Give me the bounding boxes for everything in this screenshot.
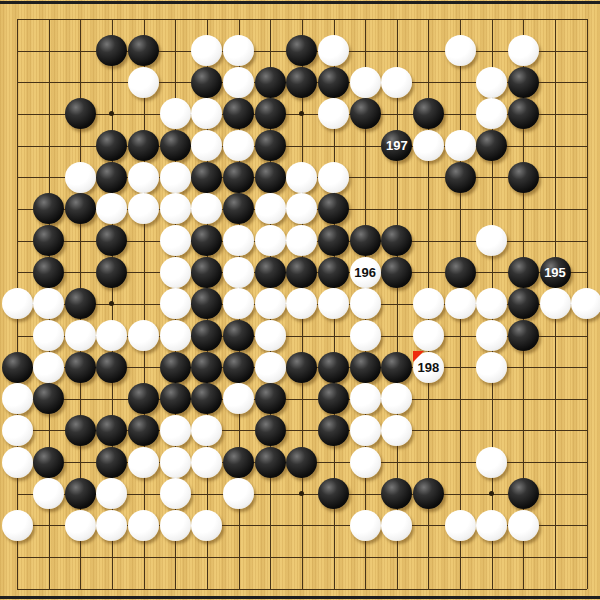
- stone-D12[interactable]: [96, 225, 127, 256]
- star-point: [299, 111, 304, 116]
- grid-hline: [17, 589, 587, 590]
- stone-G18[interactable]: [191, 35, 222, 66]
- stone-B8[interactable]: [33, 352, 64, 383]
- stone-A5[interactable]: [2, 447, 33, 478]
- stone-M10[interactable]: [350, 288, 381, 319]
- stone-B10[interactable]: [33, 288, 64, 319]
- stone-O4[interactable]: [413, 478, 444, 509]
- stone-J9[interactable]: [255, 320, 286, 351]
- stone-C16[interactable]: [65, 98, 96, 129]
- stone-G15[interactable]: [191, 130, 222, 161]
- stone-Q16[interactable]: [476, 98, 507, 129]
- stone-N6[interactable]: [381, 415, 412, 446]
- stone-L4[interactable]: [318, 478, 349, 509]
- stone-K10[interactable]: [286, 288, 317, 319]
- stone-G10[interactable]: [191, 288, 222, 319]
- stone-J13[interactable]: [255, 193, 286, 224]
- stone-J11[interactable]: [255, 257, 286, 288]
- stone-E15[interactable]: [128, 130, 159, 161]
- stone-G17[interactable]: [191, 67, 222, 98]
- stone-J15[interactable]: [255, 130, 286, 161]
- stone-P15[interactable]: [445, 130, 476, 161]
- stone-M7[interactable]: [350, 383, 381, 414]
- stone-G6[interactable]: [191, 415, 222, 446]
- stone-G7[interactable]: [191, 383, 222, 414]
- stone-M17[interactable]: [350, 67, 381, 98]
- stone-D18[interactable]: [96, 35, 127, 66]
- stone-F11[interactable]: [160, 257, 191, 288]
- screen-edge-top: [0, 1, 600, 4]
- stone-F8[interactable]: [160, 352, 191, 383]
- stone-F6[interactable]: [160, 415, 191, 446]
- stone-R4[interactable]: [508, 478, 539, 509]
- stone-H11[interactable]: [223, 257, 254, 288]
- stone-B13[interactable]: [33, 193, 64, 224]
- star-point: [299, 491, 304, 496]
- stone-K8[interactable]: [286, 352, 317, 383]
- stone-B9[interactable]: [33, 320, 64, 351]
- star-point: [109, 111, 114, 116]
- stone-D8[interactable]: [96, 352, 127, 383]
- stone-K5[interactable]: [286, 447, 317, 478]
- stone-F13[interactable]: [160, 193, 191, 224]
- stone-P11[interactable]: [445, 257, 476, 288]
- stone-J16[interactable]: [255, 98, 286, 129]
- move-number-label: 197: [386, 139, 408, 152]
- stone-L6[interactable]: [318, 415, 349, 446]
- stone-E9[interactable]: [128, 320, 159, 351]
- stone-L12[interactable]: [318, 225, 349, 256]
- stone-L10[interactable]: [318, 288, 349, 319]
- stone-K12[interactable]: [286, 225, 317, 256]
- stone-D14[interactable]: [96, 162, 127, 193]
- star-point: [489, 491, 494, 496]
- stone-C14[interactable]: [65, 162, 96, 193]
- stone-B5[interactable]: [33, 447, 64, 478]
- stone-H7[interactable]: [223, 383, 254, 414]
- stone-K18[interactable]: [286, 35, 317, 66]
- stone-O10[interactable]: [413, 288, 444, 319]
- stone-G9[interactable]: [191, 320, 222, 351]
- stone-B12[interactable]: [33, 225, 64, 256]
- stone-J8[interactable]: [255, 352, 286, 383]
- stone-G14[interactable]: [191, 162, 222, 193]
- stone-J6[interactable]: [255, 415, 286, 446]
- stone-B11[interactable]: [33, 257, 64, 288]
- move-number-label: 198: [418, 361, 440, 374]
- stone-Q3[interactable]: [476, 510, 507, 541]
- stone-D11[interactable]: [96, 257, 127, 288]
- stone-H10[interactable]: [223, 288, 254, 319]
- stone-H18[interactable]: [223, 35, 254, 66]
- stone-G12[interactable]: [191, 225, 222, 256]
- stone-Q5[interactable]: [476, 447, 507, 478]
- stone-M11[interactable]: 196: [350, 257, 381, 288]
- stone-F4[interactable]: [160, 478, 191, 509]
- stone-L18[interactable]: [318, 35, 349, 66]
- stone-L14[interactable]: [318, 162, 349, 193]
- stone-E14[interactable]: [128, 162, 159, 193]
- stone-Q10[interactable]: [476, 288, 507, 319]
- stone-F15[interactable]: [160, 130, 191, 161]
- stone-H5[interactable]: [223, 447, 254, 478]
- star-point: [109, 301, 114, 306]
- stone-G3[interactable]: [191, 510, 222, 541]
- stone-D4[interactable]: [96, 478, 127, 509]
- stone-P10[interactable]: [445, 288, 476, 319]
- stone-Q12[interactable]: [476, 225, 507, 256]
- stone-A3[interactable]: [2, 510, 33, 541]
- stone-N3[interactable]: [381, 510, 412, 541]
- stone-R17[interactable]: [508, 67, 539, 98]
- stone-J10[interactable]: [255, 288, 286, 319]
- stone-L13[interactable]: [318, 193, 349, 224]
- stone-H4[interactable]: [223, 478, 254, 509]
- stone-A10[interactable]: [2, 288, 33, 319]
- stone-R9[interactable]: [508, 320, 539, 351]
- stone-K17[interactable]: [286, 67, 317, 98]
- stone-C10[interactable]: [65, 288, 96, 319]
- move-number-label: 196: [354, 266, 376, 279]
- stone-L17[interactable]: [318, 67, 349, 98]
- stone-M8[interactable]: [350, 352, 381, 383]
- stone-F10[interactable]: [160, 288, 191, 319]
- grid-hline: [17, 557, 587, 558]
- stone-F14[interactable]: [160, 162, 191, 193]
- stone-N7[interactable]: [381, 383, 412, 414]
- stone-R11[interactable]: [508, 257, 539, 288]
- stone-F16[interactable]: [160, 98, 191, 129]
- stone-F3[interactable]: [160, 510, 191, 541]
- stone-C9[interactable]: [65, 320, 96, 351]
- stone-D3[interactable]: [96, 510, 127, 541]
- stone-H12[interactable]: [223, 225, 254, 256]
- stone-E6[interactable]: [128, 415, 159, 446]
- stone-O9[interactable]: [413, 320, 444, 351]
- stone-R16[interactable]: [508, 98, 539, 129]
- stone-T10[interactable]: [571, 288, 600, 319]
- stone-P3[interactable]: [445, 510, 476, 541]
- stone-H17[interactable]: [223, 67, 254, 98]
- stone-F5[interactable]: [160, 447, 191, 478]
- stone-E18[interactable]: [128, 35, 159, 66]
- go-board[interactable]: 197196195198: [0, 0, 600, 600]
- stone-F7[interactable]: [160, 383, 191, 414]
- stone-J5[interactable]: [255, 447, 286, 478]
- stone-H14[interactable]: [223, 162, 254, 193]
- stone-H15[interactable]: [223, 130, 254, 161]
- stone-N8[interactable]: [381, 352, 412, 383]
- stone-M9[interactable]: [350, 320, 381, 351]
- stone-E7[interactable]: [128, 383, 159, 414]
- stone-J14[interactable]: [255, 162, 286, 193]
- stone-E17[interactable]: [128, 67, 159, 98]
- stone-L8[interactable]: [318, 352, 349, 383]
- stone-S10[interactable]: [540, 288, 571, 319]
- stone-N4[interactable]: [381, 478, 412, 509]
- stone-L7[interactable]: [318, 383, 349, 414]
- last-move-marker-icon: [413, 351, 424, 362]
- stone-G11[interactable]: [191, 257, 222, 288]
- stone-R18[interactable]: [508, 35, 539, 66]
- stone-G8[interactable]: [191, 352, 222, 383]
- stone-E3[interactable]: [128, 510, 159, 541]
- stone-A7[interactable]: [2, 383, 33, 414]
- stone-Q8[interactable]: [476, 352, 507, 383]
- stone-M12[interactable]: [350, 225, 381, 256]
- stone-G16[interactable]: [191, 98, 222, 129]
- stone-C4[interactable]: [65, 478, 96, 509]
- stone-J12[interactable]: [255, 225, 286, 256]
- stone-H16[interactable]: [223, 98, 254, 129]
- stone-C13[interactable]: [65, 193, 96, 224]
- stone-P14[interactable]: [445, 162, 476, 193]
- stone-N15[interactable]: 197: [381, 130, 412, 161]
- stone-R3[interactable]: [508, 510, 539, 541]
- stone-C8[interactable]: [65, 352, 96, 383]
- stone-K14[interactable]: [286, 162, 317, 193]
- stone-Q17[interactable]: [476, 67, 507, 98]
- stone-N12[interactable]: [381, 225, 412, 256]
- stone-R10[interactable]: [508, 288, 539, 319]
- stone-O15[interactable]: [413, 130, 444, 161]
- stone-S11[interactable]: 195: [540, 257, 571, 288]
- stone-D5[interactable]: [96, 447, 127, 478]
- move-number-label: 195: [544, 266, 566, 279]
- stone-D6[interactable]: [96, 415, 127, 446]
- stone-A6[interactable]: [2, 415, 33, 446]
- stone-E13[interactable]: [128, 193, 159, 224]
- stone-K13[interactable]: [286, 193, 317, 224]
- stone-M16[interactable]: [350, 98, 381, 129]
- stone-J7[interactable]: [255, 383, 286, 414]
- stone-O16[interactable]: [413, 98, 444, 129]
- stone-C6[interactable]: [65, 415, 96, 446]
- stone-G5[interactable]: [191, 447, 222, 478]
- stone-H8[interactable]: [223, 352, 254, 383]
- grid-hline: [17, 399, 587, 400]
- stone-G13[interactable]: [191, 193, 222, 224]
- stone-H13[interactable]: [223, 193, 254, 224]
- stone-A8[interactable]: [2, 352, 33, 383]
- stone-O8[interactable]: 198: [413, 352, 444, 383]
- stone-M5[interactable]: [350, 447, 381, 478]
- stone-L11[interactable]: [318, 257, 349, 288]
- stone-Q9[interactable]: [476, 320, 507, 351]
- stone-M3[interactable]: [350, 510, 381, 541]
- stone-N11[interactable]: [381, 257, 412, 288]
- stone-D15[interactable]: [96, 130, 127, 161]
- stone-D13[interactable]: [96, 193, 127, 224]
- stone-L16[interactable]: [318, 98, 349, 129]
- stone-J17[interactable]: [255, 67, 286, 98]
- stone-D9[interactable]: [96, 320, 127, 351]
- stone-F12[interactable]: [160, 225, 191, 256]
- stone-P18[interactable]: [445, 35, 476, 66]
- screen-edge-bottom: [0, 596, 600, 599]
- stone-F9[interactable]: [160, 320, 191, 351]
- stone-R14[interactable]: [508, 162, 539, 193]
- stone-E5[interactable]: [128, 447, 159, 478]
- stone-B4[interactable]: [33, 478, 64, 509]
- stone-H9[interactable]: [223, 320, 254, 351]
- stone-K11[interactable]: [286, 257, 317, 288]
- stone-Q15[interactable]: [476, 130, 507, 161]
- stone-N17[interactable]: [381, 67, 412, 98]
- stone-B7[interactable]: [33, 383, 64, 414]
- stone-C3[interactable]: [65, 510, 96, 541]
- stone-M6[interactable]: [350, 415, 381, 446]
